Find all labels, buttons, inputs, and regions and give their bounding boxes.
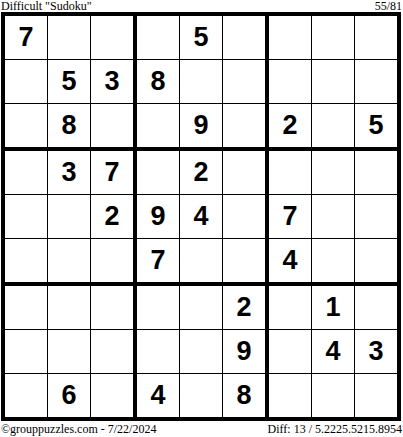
cell-r8c8: 4 — [312, 330, 355, 374]
cell-r5c9[interactable] — [355, 195, 397, 239]
cell-r1c3[interactable] — [91, 16, 137, 60]
cell-r2c3: 3 — [91, 60, 137, 104]
sudoku-page: Difficult "Sudoku" 55/81 755388925372294… — [0, 0, 403, 437]
puzzle-title: Difficult "Sudoku" — [1, 0, 92, 12]
cell-r7c9[interactable] — [355, 286, 397, 330]
difficulty-text: Diff: 13 / 5.2225.5215.8954 — [268, 423, 402, 436]
progress-counter: 55/81 — [375, 0, 402, 12]
cell-r7c8: 1 — [312, 286, 355, 330]
cell-r9c2: 6 — [48, 374, 91, 417]
sudoku-board: 75538892537229477421943648 — [1, 12, 401, 421]
cell-r7c7[interactable] — [269, 286, 312, 330]
cell-r6c1[interactable] — [5, 239, 48, 286]
cell-r8c4[interactable] — [137, 330, 180, 374]
cell-r8c3[interactable] — [91, 330, 137, 374]
cell-r3c4[interactable] — [137, 104, 180, 151]
cell-r6c9[interactable] — [355, 239, 397, 286]
cell-r6c4: 7 — [137, 239, 180, 286]
copyright-text: ©grouppuzzles.com - 7/22/2024 — [1, 423, 156, 436]
cell-r7c1[interactable] — [5, 286, 48, 330]
cell-r4c4[interactable] — [137, 151, 180, 195]
cell-r5c2[interactable] — [48, 195, 91, 239]
cell-r2c2: 5 — [48, 60, 91, 104]
cell-r4c8[interactable] — [312, 151, 355, 195]
cell-r8c2[interactable] — [48, 330, 91, 374]
cell-r3c8[interactable] — [312, 104, 355, 151]
cell-r6c6[interactable] — [223, 239, 269, 286]
cell-r9c1[interactable] — [5, 374, 48, 417]
header: Difficult "Sudoku" 55/81 — [0, 0, 403, 12]
cell-r2c5[interactable] — [180, 60, 223, 104]
cell-r9c5[interactable] — [180, 374, 223, 417]
cell-r7c4[interactable] — [137, 286, 180, 330]
cell-r9c4: 4 — [137, 374, 180, 417]
cell-r3c3[interactable] — [91, 104, 137, 151]
cell-r7c2[interactable] — [48, 286, 91, 330]
cell-r4c7[interactable] — [269, 151, 312, 195]
footer: ©grouppuzzles.com - 7/22/2024 Diff: 13 /… — [0, 421, 403, 437]
cell-r8c7[interactable] — [269, 330, 312, 374]
cell-r9c8[interactable] — [312, 374, 355, 417]
cell-r2c9[interactable] — [355, 60, 397, 104]
cell-r9c9[interactable] — [355, 374, 397, 417]
cell-r6c5[interactable] — [180, 239, 223, 286]
cell-r3c6[interactable] — [223, 104, 269, 151]
cell-r8c6: 9 — [223, 330, 269, 374]
cell-r4c5: 2 — [180, 151, 223, 195]
cell-r1c5: 5 — [180, 16, 223, 60]
cell-r8c5[interactable] — [180, 330, 223, 374]
cell-r5c8[interactable] — [312, 195, 355, 239]
cell-r3c5: 9 — [180, 104, 223, 151]
cell-r1c4[interactable] — [137, 16, 180, 60]
cell-r1c8[interactable] — [312, 16, 355, 60]
cell-r6c8[interactable] — [312, 239, 355, 286]
cell-r1c6[interactable] — [223, 16, 269, 60]
cell-r2c7[interactable] — [269, 60, 312, 104]
cell-r9c6: 8 — [223, 374, 269, 417]
cell-r8c1[interactable] — [5, 330, 48, 374]
cell-r2c8[interactable] — [312, 60, 355, 104]
cell-r9c3[interactable] — [91, 374, 137, 417]
cell-r3c1[interactable] — [5, 104, 48, 151]
cell-r7c6: 2 — [223, 286, 269, 330]
cell-r6c3[interactable] — [91, 239, 137, 286]
cell-r2c1[interactable] — [5, 60, 48, 104]
cell-r1c9[interactable] — [355, 16, 397, 60]
cell-r5c7: 7 — [269, 195, 312, 239]
cell-r4c2: 3 — [48, 151, 91, 195]
cell-r3c7: 2 — [269, 104, 312, 151]
cell-r5c4: 9 — [137, 195, 180, 239]
cell-r3c9: 5 — [355, 104, 397, 151]
cell-r6c7: 4 — [269, 239, 312, 286]
cell-r5c3: 2 — [91, 195, 137, 239]
cell-r8c9: 3 — [355, 330, 397, 374]
cell-r2c4: 8 — [137, 60, 180, 104]
cell-r6c2[interactable] — [48, 239, 91, 286]
cell-r1c1: 7 — [5, 16, 48, 60]
cell-r4c1[interactable] — [5, 151, 48, 195]
cell-r4c3: 7 — [91, 151, 137, 195]
cell-r1c2[interactable] — [48, 16, 91, 60]
cell-r4c9[interactable] — [355, 151, 397, 195]
cell-r7c5[interactable] — [180, 286, 223, 330]
cell-r7c3[interactable] — [91, 286, 137, 330]
cell-r9c7[interactable] — [269, 374, 312, 417]
cell-r3c2: 8 — [48, 104, 91, 151]
cell-r5c6[interactable] — [223, 195, 269, 239]
cell-r5c5: 4 — [180, 195, 223, 239]
cell-r1c7[interactable] — [269, 16, 312, 60]
cell-r2c6[interactable] — [223, 60, 269, 104]
cell-r4c6[interactable] — [223, 151, 269, 195]
cell-r5c1[interactable] — [5, 195, 48, 239]
